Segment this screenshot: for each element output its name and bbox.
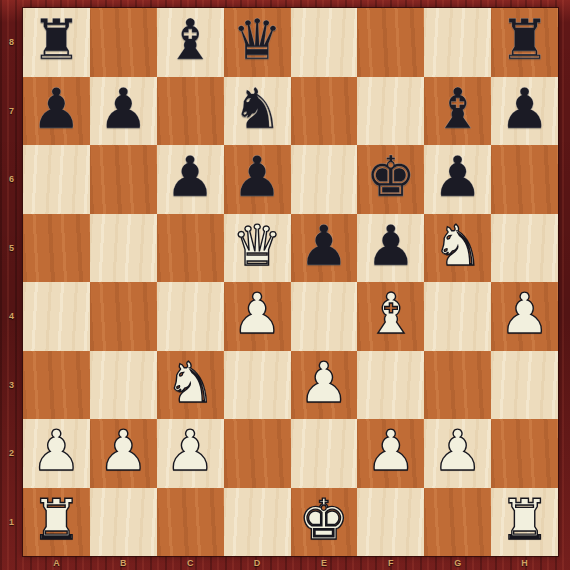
file-label-d: D xyxy=(224,556,291,570)
rank-label-3: 3 xyxy=(0,351,23,420)
piece-white-bishop-f4: ♝ xyxy=(366,286,416,342)
piece-white-rook-a1: ♜ xyxy=(31,492,81,548)
square-c3[interactable]: ♞ xyxy=(157,351,224,420)
square-d4[interactable]: ♟ xyxy=(224,282,291,351)
piece-white-pawn-a2: ♟ xyxy=(31,423,81,479)
square-f3[interactable] xyxy=(357,351,424,420)
square-c8[interactable]: ♝ xyxy=(157,8,224,77)
piece-white-pawn-g2: ♟ xyxy=(433,423,483,479)
square-a3[interactable] xyxy=(23,351,90,420)
square-h1[interactable]: ♜ xyxy=(491,488,558,557)
square-f2[interactable]: ♟ xyxy=(357,419,424,488)
file-label-h: H xyxy=(491,556,558,570)
piece-white-king-e1: ♚ xyxy=(299,492,349,548)
piece-white-pawn-f2: ♟ xyxy=(366,423,416,479)
piece-black-pawn-c6: ♟ xyxy=(165,149,215,205)
file-label-c: C xyxy=(157,556,224,570)
square-e1[interactable]: ♚ xyxy=(291,488,358,557)
square-c2[interactable]: ♟ xyxy=(157,419,224,488)
square-d6[interactable]: ♟ xyxy=(224,145,291,214)
square-e2[interactable] xyxy=(291,419,358,488)
rank-label-7: 7 xyxy=(0,77,23,146)
file-label-b: B xyxy=(90,556,157,570)
square-a5[interactable] xyxy=(23,214,90,283)
piece-black-pawn-g6: ♟ xyxy=(433,149,483,205)
piece-black-pawn-d6: ♟ xyxy=(232,149,282,205)
square-b8[interactable] xyxy=(90,8,157,77)
square-g3[interactable] xyxy=(424,351,491,420)
piece-white-knight-g5: ♞ xyxy=(433,218,483,274)
square-h6[interactable] xyxy=(491,145,558,214)
square-d8[interactable]: ♛ xyxy=(224,8,291,77)
rank-label-5: 5 xyxy=(0,214,23,283)
file-label-f: F xyxy=(357,556,424,570)
piece-black-queen-d8: ♛ xyxy=(232,12,282,68)
square-f4[interactable]: ♝ xyxy=(357,282,424,351)
square-a6[interactable] xyxy=(23,145,90,214)
square-h8[interactable]: ♜ xyxy=(491,8,558,77)
square-e6[interactable] xyxy=(291,145,358,214)
square-h2[interactable] xyxy=(491,419,558,488)
square-a1[interactable]: ♜ xyxy=(23,488,90,557)
square-d1[interactable] xyxy=(224,488,291,557)
file-label-e: E xyxy=(291,556,358,570)
square-c1[interactable] xyxy=(157,488,224,557)
square-g4[interactable] xyxy=(424,282,491,351)
piece-black-pawn-f5: ♟ xyxy=(366,218,416,274)
piece-white-knight-c3: ♞ xyxy=(165,355,215,411)
square-g5[interactable]: ♞ xyxy=(424,214,491,283)
square-f6[interactable]: ♚ xyxy=(357,145,424,214)
square-d7[interactable]: ♞ xyxy=(224,77,291,146)
rank-label-2: 2 xyxy=(0,419,23,488)
square-b2[interactable]: ♟ xyxy=(90,419,157,488)
square-a8[interactable]: ♜ xyxy=(23,8,90,77)
square-c5[interactable] xyxy=(157,214,224,283)
square-f1[interactable] xyxy=(357,488,424,557)
piece-black-pawn-b7: ♟ xyxy=(98,81,148,137)
square-f7[interactable] xyxy=(357,77,424,146)
square-d5[interactable]: ♛ xyxy=(224,214,291,283)
piece-white-rook-h1: ♜ xyxy=(499,492,549,548)
square-h5[interactable] xyxy=(491,214,558,283)
chessboard: ♜♝♛♜♟♟♞♝♟♟♟♚♟♛♟♟♞♟♝♟♞♟♟♟♟♟♟♜♚♜ xyxy=(23,8,558,556)
square-c4[interactable] xyxy=(157,282,224,351)
piece-white-pawn-h4: ♟ xyxy=(499,286,549,342)
square-e4[interactable] xyxy=(291,282,358,351)
square-f8[interactable] xyxy=(357,8,424,77)
rank-label-1: 1 xyxy=(0,488,23,557)
piece-white-pawn-d4: ♟ xyxy=(232,286,282,342)
piece-black-king-f6: ♚ xyxy=(366,149,416,205)
square-f5[interactable]: ♟ xyxy=(357,214,424,283)
piece-black-pawn-h7: ♟ xyxy=(499,81,549,137)
square-g2[interactable]: ♟ xyxy=(424,419,491,488)
square-b7[interactable]: ♟ xyxy=(90,77,157,146)
piece-black-rook-h8: ♜ xyxy=(499,12,549,68)
square-b3[interactable] xyxy=(90,351,157,420)
square-h7[interactable]: ♟ xyxy=(491,77,558,146)
square-h4[interactable]: ♟ xyxy=(491,282,558,351)
square-g1[interactable] xyxy=(424,488,491,557)
square-a2[interactable]: ♟ xyxy=(23,419,90,488)
square-h3[interactable] xyxy=(491,351,558,420)
chessboard-frame: ♜♝♛♜♟♟♞♝♟♟♟♚♟♛♟♟♞♟♝♟♞♟♟♟♟♟♟♜♚♜ 87654321A… xyxy=(0,0,570,570)
piece-black-pawn-a7: ♟ xyxy=(31,81,81,137)
square-g6[interactable]: ♟ xyxy=(424,145,491,214)
square-e3[interactable]: ♟ xyxy=(291,351,358,420)
square-c6[interactable]: ♟ xyxy=(157,145,224,214)
square-b1[interactable] xyxy=(90,488,157,557)
piece-black-rook-a8: ♜ xyxy=(31,12,81,68)
square-e7[interactable] xyxy=(291,77,358,146)
piece-white-queen-d5: ♛ xyxy=(232,218,282,274)
square-d3[interactable] xyxy=(224,351,291,420)
square-g8[interactable] xyxy=(424,8,491,77)
piece-white-pawn-e3: ♟ xyxy=(299,355,349,411)
square-g7[interactable]: ♝ xyxy=(424,77,491,146)
piece-white-pawn-b2: ♟ xyxy=(98,423,148,479)
piece-black-pawn-e5: ♟ xyxy=(299,218,349,274)
piece-black-bishop-g7: ♝ xyxy=(433,81,483,137)
square-e5[interactable]: ♟ xyxy=(291,214,358,283)
piece-black-knight-d7: ♞ xyxy=(232,81,282,137)
rank-label-4: 4 xyxy=(0,282,23,351)
rank-label-8: 8 xyxy=(0,8,23,77)
square-b5[interactable] xyxy=(90,214,157,283)
square-a4[interactable] xyxy=(23,282,90,351)
file-label-a: A xyxy=(23,556,90,570)
square-a7[interactable]: ♟ xyxy=(23,77,90,146)
square-b4[interactable] xyxy=(90,282,157,351)
piece-white-pawn-c2: ♟ xyxy=(165,423,215,479)
rank-label-6: 6 xyxy=(0,145,23,214)
file-label-g: G xyxy=(424,556,491,570)
square-d2[interactable] xyxy=(224,419,291,488)
square-c7[interactable] xyxy=(157,77,224,146)
square-b6[interactable] xyxy=(90,145,157,214)
piece-black-bishop-c8: ♝ xyxy=(165,12,215,68)
square-e8[interactable] xyxy=(291,8,358,77)
